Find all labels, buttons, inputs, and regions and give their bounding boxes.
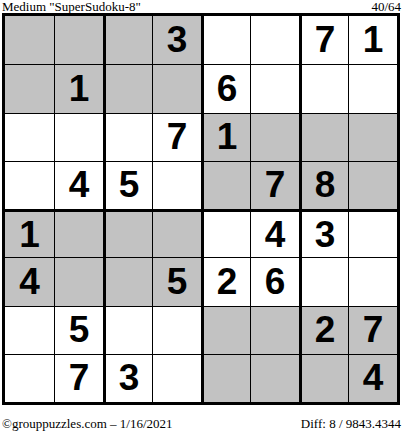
cell-r3c6[interactable] <box>250 113 299 161</box>
cell-r5c3[interactable] <box>103 209 152 257</box>
cell-r8c2[interactable]: 7 <box>54 354 103 402</box>
puzzle-page: Medium "SuperSudoku-8" 40/64 37116714578… <box>0 0 403 437</box>
difficulty-text: Diff: 8 / 9843.4344 <box>301 416 401 431</box>
cell-r5c6[interactable]: 4 <box>250 209 299 257</box>
cell-r5c1[interactable]: 1 <box>5 209 54 257</box>
cell-r4c7[interactable]: 8 <box>299 161 348 209</box>
cell-r4c1[interactable] <box>5 161 54 209</box>
cell-r3c7[interactable] <box>299 113 348 161</box>
cell-r6c4[interactable]: 5 <box>152 257 201 305</box>
cell-r4c2[interactable]: 4 <box>54 161 103 209</box>
cell-r6c8[interactable] <box>348 257 397 305</box>
cell-r5c7[interactable]: 3 <box>299 209 348 257</box>
cell-r1c7[interactable]: 7 <box>299 16 348 64</box>
cell-r6c1[interactable]: 4 <box>5 257 54 305</box>
footer: ©grouppuzzles.com – 1/16/2021 Diff: 8 / … <box>2 416 401 431</box>
cell-r2c7[interactable] <box>299 64 348 112</box>
cell-r8c6[interactable] <box>250 354 299 402</box>
cell-r3c5[interactable]: 1 <box>201 113 250 161</box>
cell-r3c8[interactable] <box>348 113 397 161</box>
cell-r7c4[interactable] <box>152 306 201 354</box>
cell-r6c5[interactable]: 2 <box>201 257 250 305</box>
cell-r7c1[interactable] <box>5 306 54 354</box>
cell-r2c8[interactable] <box>348 64 397 112</box>
cell-r3c4[interactable]: 7 <box>152 113 201 161</box>
cell-r1c5[interactable] <box>201 16 250 64</box>
cell-r5c5[interactable] <box>201 209 250 257</box>
cell-r1c8[interactable]: 1 <box>348 16 397 64</box>
cell-r2c4[interactable] <box>152 64 201 112</box>
cell-r3c3[interactable] <box>103 113 152 161</box>
cell-r2c6[interactable] <box>250 64 299 112</box>
cell-r8c4[interactable] <box>152 354 201 402</box>
header: Medium "SuperSudoku-8" 40/64 <box>2 0 401 13</box>
cell-r8c1[interactable] <box>5 354 54 402</box>
cell-r7c7[interactable]: 2 <box>299 306 348 354</box>
cell-r3c1[interactable] <box>5 113 54 161</box>
blank-count: 40/64 <box>371 0 401 13</box>
cell-r7c2[interactable]: 5 <box>54 306 103 354</box>
cell-r4c5[interactable] <box>201 161 250 209</box>
copyright-text: ©grouppuzzles.com – 1/16/2021 <box>2 416 173 431</box>
cell-r4c8[interactable] <box>348 161 397 209</box>
cell-r8c7[interactable] <box>299 354 348 402</box>
cell-r7c3[interactable] <box>103 306 152 354</box>
cell-r1c3[interactable] <box>103 16 152 64</box>
cell-r2c1[interactable] <box>5 64 54 112</box>
cell-r1c2[interactable] <box>54 16 103 64</box>
cell-r2c3[interactable] <box>103 64 152 112</box>
cell-r5c2[interactable] <box>54 209 103 257</box>
cell-r7c6[interactable] <box>250 306 299 354</box>
cell-r1c4[interactable]: 3 <box>152 16 201 64</box>
cell-r8c3[interactable]: 3 <box>103 354 152 402</box>
cell-r6c3[interactable] <box>103 257 152 305</box>
cell-r6c7[interactable] <box>299 257 348 305</box>
cell-r5c4[interactable] <box>152 209 201 257</box>
cell-r7c8[interactable]: 7 <box>348 306 397 354</box>
cell-r2c2[interactable]: 1 <box>54 64 103 112</box>
cell-r8c5[interactable] <box>201 354 250 402</box>
cell-r4c6[interactable]: 7 <box>250 161 299 209</box>
cell-r3c2[interactable] <box>54 113 103 161</box>
cell-r4c4[interactable] <box>152 161 201 209</box>
cell-r6c6[interactable]: 6 <box>250 257 299 305</box>
cell-r2c5[interactable]: 6 <box>201 64 250 112</box>
puzzle-title: Medium "SuperSudoku-8" <box>2 0 141 13</box>
cell-r6c2[interactable] <box>54 257 103 305</box>
cell-r7c5[interactable] <box>201 306 250 354</box>
cell-r8c8[interactable]: 4 <box>348 354 397 402</box>
cell-r1c1[interactable] <box>5 16 54 64</box>
sudoku-board: 371167145781434526527734 <box>2 13 400 405</box>
cell-r4c3[interactable]: 5 <box>103 161 152 209</box>
cell-r5c8[interactable] <box>348 209 397 257</box>
cell-r1c6[interactable] <box>250 16 299 64</box>
